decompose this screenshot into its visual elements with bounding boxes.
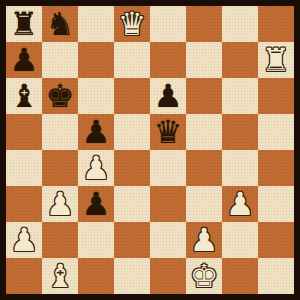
piece-black-pawn: ♟ <box>82 114 111 150</box>
piece-white-queen: ♛ <box>118 6 147 42</box>
square-d2[interactable] <box>114 222 150 258</box>
square-c3[interactable]: ♟ <box>78 186 114 222</box>
square-f1[interactable]: ♚ <box>186 258 222 294</box>
square-b5[interactable] <box>42 114 78 150</box>
square-d8[interactable]: ♛ <box>114 6 150 42</box>
square-e1[interactable] <box>150 258 186 294</box>
square-d7[interactable] <box>114 42 150 78</box>
piece-black-bishop: ♝ <box>10 78 39 114</box>
square-b4[interactable] <box>42 150 78 186</box>
square-g7[interactable] <box>222 42 258 78</box>
square-a3[interactable] <box>6 186 42 222</box>
square-e5[interactable]: ♛ <box>150 114 186 150</box>
square-d5[interactable] <box>114 114 150 150</box>
square-b3[interactable]: ♟ <box>42 186 78 222</box>
square-h1[interactable] <box>258 258 294 294</box>
square-d3[interactable] <box>114 186 150 222</box>
square-f3[interactable] <box>186 186 222 222</box>
square-h7[interactable]: ♜ <box>258 42 294 78</box>
square-c7[interactable] <box>78 42 114 78</box>
piece-black-pawn: ♟ <box>82 186 111 222</box>
square-e7[interactable] <box>150 42 186 78</box>
square-g1[interactable] <box>222 258 258 294</box>
piece-white-pawn: ♟ <box>226 186 255 222</box>
square-e4[interactable] <box>150 150 186 186</box>
square-f8[interactable] <box>186 6 222 42</box>
square-c4[interactable]: ♟ <box>78 150 114 186</box>
square-c1[interactable] <box>78 258 114 294</box>
square-e6[interactable]: ♟ <box>150 78 186 114</box>
piece-white-pawn: ♟ <box>10 222 39 258</box>
chess-board: ♜♞♛♟♜♝♚♟♟♛♟♟♟♟♟♟♝♚ <box>6 6 294 294</box>
piece-black-rook: ♜ <box>10 6 39 42</box>
square-d6[interactable] <box>114 78 150 114</box>
piece-white-pawn: ♟ <box>46 186 75 222</box>
square-a7[interactable]: ♟ <box>6 42 42 78</box>
square-h4[interactable] <box>258 150 294 186</box>
square-a5[interactable] <box>6 114 42 150</box>
square-f7[interactable] <box>186 42 222 78</box>
piece-white-pawn: ♟ <box>190 222 219 258</box>
square-a6[interactable]: ♝ <box>6 78 42 114</box>
square-c5[interactable]: ♟ <box>78 114 114 150</box>
piece-black-king: ♚ <box>46 78 75 114</box>
square-b7[interactable] <box>42 42 78 78</box>
square-g8[interactable] <box>222 6 258 42</box>
piece-black-pawn: ♟ <box>10 42 39 78</box>
square-f5[interactable] <box>186 114 222 150</box>
square-a2[interactable]: ♟ <box>6 222 42 258</box>
square-g5[interactable] <box>222 114 258 150</box>
chess-board-frame: ♜♞♛♟♜♝♚♟♟♛♟♟♟♟♟♟♝♚ <box>0 0 300 300</box>
square-b1[interactable]: ♝ <box>42 258 78 294</box>
piece-white-rook: ♜ <box>262 42 291 78</box>
square-e2[interactable] <box>150 222 186 258</box>
square-e8[interactable] <box>150 6 186 42</box>
square-e3[interactable] <box>150 186 186 222</box>
square-h2[interactable] <box>258 222 294 258</box>
square-f6[interactable] <box>186 78 222 114</box>
square-g6[interactable] <box>222 78 258 114</box>
square-h5[interactable] <box>258 114 294 150</box>
piece-white-bishop: ♝ <box>46 258 75 294</box>
square-a1[interactable] <box>6 258 42 294</box>
square-g4[interactable] <box>222 150 258 186</box>
square-b6[interactable]: ♚ <box>42 78 78 114</box>
square-c2[interactable] <box>78 222 114 258</box>
square-c8[interactable] <box>78 6 114 42</box>
square-h8[interactable] <box>258 6 294 42</box>
square-d1[interactable] <box>114 258 150 294</box>
piece-white-king: ♚ <box>190 258 219 294</box>
square-b8[interactable]: ♞ <box>42 6 78 42</box>
square-b2[interactable] <box>42 222 78 258</box>
square-g2[interactable] <box>222 222 258 258</box>
piece-black-queen: ♛ <box>154 114 183 150</box>
square-d4[interactable] <box>114 150 150 186</box>
square-a8[interactable]: ♜ <box>6 6 42 42</box>
square-a4[interactable] <box>6 150 42 186</box>
square-g3[interactable]: ♟ <box>222 186 258 222</box>
square-c6[interactable] <box>78 78 114 114</box>
square-h6[interactable] <box>258 78 294 114</box>
square-f4[interactable] <box>186 150 222 186</box>
square-f2[interactable]: ♟ <box>186 222 222 258</box>
square-h3[interactable] <box>258 186 294 222</box>
piece-white-pawn: ♟ <box>82 150 111 186</box>
piece-black-pawn: ♟ <box>154 78 183 114</box>
piece-black-knight: ♞ <box>46 6 75 42</box>
